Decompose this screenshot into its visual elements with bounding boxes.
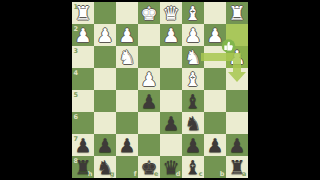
rank-label: 4 — [74, 69, 79, 77]
black-bishop-on-c8[interactable]: ♝ — [182, 156, 204, 178]
square-a7[interactable]: ♟ — [226, 134, 248, 156]
square-f5[interactable] — [116, 90, 138, 112]
square-c2[interactable]: ♟ — [182, 24, 204, 46]
square-g3[interactable] — [94, 46, 116, 68]
white-bishop-on-c4[interactable]: ♝ — [182, 68, 204, 90]
white-rook-on-a1[interactable]: ♜ — [226, 2, 248, 24]
square-d1[interactable]: ♛ — [160, 2, 182, 24]
file-label: b — [220, 170, 225, 178]
black-knight-on-g8[interactable]: ♞ — [94, 156, 116, 178]
rank-label: 3 — [74, 47, 79, 55]
black-king-on-e8[interactable]: ♚ — [138, 156, 160, 178]
square-b4[interactable] — [204, 68, 226, 90]
square-h5[interactable]: 5 — [72, 90, 94, 112]
white-pawn-on-g2[interactable]: ♟ — [94, 24, 116, 46]
square-d7[interactable] — [160, 134, 182, 156]
white-bishop-on-c1[interactable]: ♝ — [182, 2, 204, 24]
chess-board: 1♜♚♛♝♜2♟♟♟♟♟♟3♞♞♟4♟♝5♟♝6♟♞7♟♟♟♟♟♟8h♜g♞fe… — [72, 2, 248, 178]
square-g4[interactable] — [94, 68, 116, 90]
square-e3[interactable] — [138, 46, 160, 68]
square-f7[interactable]: ♟ — [116, 134, 138, 156]
square-d6[interactable]: ♟ — [160, 112, 182, 134]
square-f8[interactable]: f — [116, 156, 138, 178]
square-d5[interactable] — [160, 90, 182, 112]
square-c7[interactable]: ♟ — [182, 134, 204, 156]
square-a5[interactable] — [226, 90, 248, 112]
rank-label: 5 — [74, 91, 79, 99]
square-c8[interactable]: c♝ — [182, 156, 204, 178]
white-pawn-on-e4[interactable]: ♟ — [138, 68, 160, 90]
square-b6[interactable] — [204, 112, 226, 134]
square-c3[interactable]: ♞ — [182, 46, 204, 68]
black-pawn-on-g7[interactable]: ♟ — [94, 134, 116, 156]
square-e8[interactable]: e♚ — [138, 156, 160, 178]
square-a8[interactable]: a♜ — [226, 156, 248, 178]
black-pawn-on-d6[interactable]: ♟ — [160, 112, 182, 134]
square-b1[interactable] — [204, 2, 226, 24]
square-g6[interactable] — [94, 112, 116, 134]
black-pawn-on-f7[interactable]: ♟ — [116, 134, 138, 156]
white-queen-on-d1[interactable]: ♛ — [160, 2, 182, 24]
white-pawn-on-h2[interactable]: ♟ — [72, 24, 94, 46]
square-a3[interactable]: ♟ — [226, 46, 248, 68]
black-pawn-on-b7[interactable]: ♟ — [204, 134, 226, 156]
square-a1[interactable]: ♜ — [226, 2, 248, 24]
square-c1[interactable]: ♝ — [182, 2, 204, 24]
square-c6[interactable]: ♞ — [182, 112, 204, 134]
square-c4[interactable]: ♝ — [182, 68, 204, 90]
square-e7[interactable] — [138, 134, 160, 156]
square-g2[interactable]: ♟ — [94, 24, 116, 46]
square-f3[interactable]: ♞ — [116, 46, 138, 68]
square-b5[interactable] — [204, 90, 226, 112]
square-e6[interactable] — [138, 112, 160, 134]
black-pawn-on-c7[interactable]: ♟ — [182, 134, 204, 156]
square-h6[interactable]: 6 — [72, 112, 94, 134]
square-d2[interactable]: ♟ — [160, 24, 182, 46]
square-h8[interactable]: 8h♜ — [72, 156, 94, 178]
white-pawn-on-a3[interactable]: ♟ — [226, 46, 248, 68]
square-f1[interactable] — [116, 2, 138, 24]
white-pawn-on-c2[interactable]: ♟ — [182, 24, 204, 46]
square-a6[interactable] — [226, 112, 248, 134]
white-pawn-on-f2[interactable]: ♟ — [116, 24, 138, 46]
black-queen-on-d8[interactable]: ♛ — [160, 156, 182, 178]
square-d4[interactable] — [160, 68, 182, 90]
square-e2[interactable] — [138, 24, 160, 46]
square-d3[interactable] — [160, 46, 182, 68]
file-label: f — [134, 170, 137, 178]
black-pawn-on-a7[interactable]: ♟ — [226, 134, 248, 156]
square-g8[interactable]: g♞ — [94, 156, 116, 178]
video-frame: 1♜♚♛♝♜2♟♟♟♟♟♟3♞♞♟4♟♝5♟♝6♟♞7♟♟♟♟♟♟8h♜g♞fe… — [0, 0, 320, 180]
square-f6[interactable] — [116, 112, 138, 134]
square-f4[interactable] — [116, 68, 138, 90]
square-b3[interactable] — [204, 46, 226, 68]
white-knight-on-c3[interactable]: ♞ — [182, 46, 204, 68]
square-b2[interactable]: ♟ — [204, 24, 226, 46]
black-pawn-on-e5[interactable]: ♟ — [138, 90, 160, 112]
white-knight-on-f3[interactable]: ♞ — [116, 46, 138, 68]
square-e5[interactable]: ♟ — [138, 90, 160, 112]
white-rook-on-h1[interactable]: ♜ — [72, 2, 94, 24]
black-rook-on-h8[interactable]: ♜ — [72, 156, 94, 178]
square-c5[interactable]: ♝ — [182, 90, 204, 112]
black-rook-on-a8[interactable]: ♜ — [226, 156, 248, 178]
square-a4[interactable] — [226, 68, 248, 90]
square-b8[interactable]: b — [204, 156, 226, 178]
square-h4[interactable]: 4 — [72, 68, 94, 90]
square-e1[interactable]: ♚ — [138, 2, 160, 24]
square-b7[interactable]: ♟ — [204, 134, 226, 156]
square-a2[interactable] — [226, 24, 248, 46]
square-e4[interactable]: ♟ — [138, 68, 160, 90]
black-pawn-on-h7[interactable]: ♟ — [72, 134, 94, 156]
square-h1[interactable]: 1♜ — [72, 2, 94, 24]
square-g1[interactable] — [94, 2, 116, 24]
black-knight-on-c6[interactable]: ♞ — [182, 112, 204, 134]
white-pawn-on-d2[interactable]: ♟ — [160, 24, 182, 46]
square-g5[interactable] — [94, 90, 116, 112]
white-king-on-e1[interactable]: ♚ — [138, 2, 160, 24]
black-bishop-on-c5[interactable]: ♝ — [182, 90, 204, 112]
square-f2[interactable]: ♟ — [116, 24, 138, 46]
square-h7[interactable]: 7♟ — [72, 134, 94, 156]
square-d8[interactable]: d♛ — [160, 156, 182, 178]
white-pawn-on-b2[interactable]: ♟ — [204, 24, 226, 46]
square-h3[interactable]: 3 — [72, 46, 94, 68]
square-g7[interactable]: ♟ — [94, 134, 116, 156]
rank-label: 6 — [74, 113, 79, 121]
square-h2[interactable]: 2♟ — [72, 24, 94, 46]
